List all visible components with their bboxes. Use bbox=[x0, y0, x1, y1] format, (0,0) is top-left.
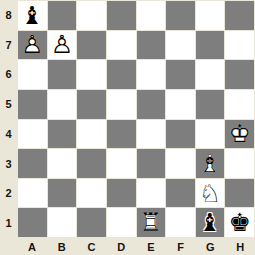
rank-label-1: 1 bbox=[0, 208, 17, 238]
chess-board-frame: 87654321 ♝♟♙♟♙♚♔♝♗♞♘♜♖♝♚ ABCDEFGH bbox=[0, 0, 255, 255]
square-h2[interactable] bbox=[225, 179, 254, 208]
piece-glyph: ♘ bbox=[196, 179, 225, 208]
square-g2[interactable]: ♞♘ bbox=[196, 179, 225, 208]
square-g6[interactable] bbox=[196, 60, 225, 89]
piece-white-pawn[interactable]: ♟♙ bbox=[48, 31, 77, 60]
rank-label-2: 2 bbox=[0, 179, 17, 209]
piece-white-bishop[interactable]: ♝♗ bbox=[196, 149, 225, 178]
piece-white-pawn[interactable]: ♟♙ bbox=[18, 31, 47, 60]
square-f1[interactable] bbox=[166, 208, 195, 237]
square-d7[interactable] bbox=[107, 31, 136, 60]
square-c1[interactable] bbox=[77, 208, 106, 237]
rank-label-6: 6 bbox=[0, 60, 17, 90]
square-c2[interactable] bbox=[77, 179, 106, 208]
square-f7[interactable] bbox=[166, 31, 195, 60]
square-e4[interactable] bbox=[137, 120, 166, 149]
square-a5[interactable] bbox=[18, 90, 47, 119]
file-label-e: E bbox=[136, 238, 166, 255]
file-labels: ABCDEFGH bbox=[17, 238, 255, 255]
square-a2[interactable] bbox=[18, 179, 47, 208]
square-b2[interactable] bbox=[48, 179, 77, 208]
piece-fill-layer: ♝ bbox=[196, 149, 225, 178]
file-label-d: D bbox=[106, 238, 136, 255]
piece-black-king[interactable]: ♚ bbox=[225, 208, 254, 237]
square-d4[interactable] bbox=[107, 120, 136, 149]
file-label-h: H bbox=[225, 238, 255, 255]
piece-glyph: ♔ bbox=[225, 120, 254, 149]
square-d5[interactable] bbox=[107, 90, 136, 119]
square-f8[interactable] bbox=[166, 1, 195, 30]
square-h7[interactable] bbox=[225, 31, 254, 60]
square-g8[interactable] bbox=[196, 1, 225, 30]
piece-fill-layer: ♞ bbox=[196, 179, 225, 208]
square-c6[interactable] bbox=[77, 60, 106, 89]
piece-glyph: ♝ bbox=[196, 208, 225, 237]
square-h3[interactable] bbox=[225, 149, 254, 178]
rank-label-8: 8 bbox=[0, 0, 17, 30]
rank-label-7: 7 bbox=[0, 30, 17, 60]
square-g7[interactable] bbox=[196, 31, 225, 60]
square-g3[interactable]: ♝♗ bbox=[196, 149, 225, 178]
rank-labels: 87654321 bbox=[0, 0, 17, 238]
square-e8[interactable] bbox=[137, 1, 166, 30]
rank-label-5: 5 bbox=[0, 89, 17, 119]
rank-label-4: 4 bbox=[0, 119, 17, 149]
piece-white-rook[interactable]: ♜♖ bbox=[137, 208, 166, 237]
file-label-c: C bbox=[77, 238, 107, 255]
square-d8[interactable] bbox=[107, 1, 136, 30]
piece-black-bishop[interactable]: ♝ bbox=[18, 1, 47, 30]
rank-label-3: 3 bbox=[0, 149, 17, 179]
piece-fill-layer: ♜ bbox=[137, 208, 166, 237]
file-label-a: A bbox=[17, 238, 47, 255]
square-f6[interactable] bbox=[166, 60, 195, 89]
square-c3[interactable] bbox=[77, 149, 106, 178]
square-h8[interactable] bbox=[225, 1, 254, 30]
square-f3[interactable] bbox=[166, 149, 195, 178]
square-e1[interactable]: ♜♖ bbox=[137, 208, 166, 237]
square-a8[interactable]: ♝ bbox=[18, 1, 47, 30]
piece-fill-layer: ♟ bbox=[48, 31, 77, 60]
square-b6[interactable] bbox=[48, 60, 77, 89]
square-a3[interactable] bbox=[18, 149, 47, 178]
square-e2[interactable] bbox=[137, 179, 166, 208]
piece-fill-layer: ♟ bbox=[18, 31, 47, 60]
square-b4[interactable] bbox=[48, 120, 77, 149]
square-b1[interactable] bbox=[48, 208, 77, 237]
square-f4[interactable] bbox=[166, 120, 195, 149]
piece-glyph: ♙ bbox=[48, 31, 77, 60]
square-e5[interactable] bbox=[137, 90, 166, 119]
square-d6[interactable] bbox=[107, 60, 136, 89]
square-g1[interactable]: ♝ bbox=[196, 208, 225, 237]
square-c5[interactable] bbox=[77, 90, 106, 119]
square-f5[interactable] bbox=[166, 90, 195, 119]
square-h4[interactable]: ♚♔ bbox=[225, 120, 254, 149]
piece-glyph: ♖ bbox=[137, 208, 166, 237]
file-label-f: F bbox=[166, 238, 196, 255]
square-a1[interactable] bbox=[18, 208, 47, 237]
square-c7[interactable] bbox=[77, 31, 106, 60]
square-c4[interactable] bbox=[77, 120, 106, 149]
square-b3[interactable] bbox=[48, 149, 77, 178]
piece-glyph: ♗ bbox=[196, 149, 225, 178]
square-f2[interactable] bbox=[166, 179, 195, 208]
file-label-g: G bbox=[196, 238, 226, 255]
piece-fill-layer: ♚ bbox=[225, 120, 254, 149]
square-d1[interactable] bbox=[107, 208, 136, 237]
square-h1[interactable]: ♚ bbox=[225, 208, 254, 237]
square-a6[interactable] bbox=[18, 60, 47, 89]
piece-white-king[interactable]: ♚♔ bbox=[225, 120, 254, 149]
piece-glyph: ♝ bbox=[18, 1, 47, 30]
square-a4[interactable] bbox=[18, 120, 47, 149]
file-label-b: B bbox=[47, 238, 77, 255]
square-h6[interactable] bbox=[225, 60, 254, 89]
square-b7[interactable]: ♟♙ bbox=[48, 31, 77, 60]
square-e7[interactable] bbox=[137, 31, 166, 60]
board: ♝♟♙♟♙♚♔♝♗♞♘♜♖♝♚ bbox=[17, 0, 255, 238]
piece-glyph: ♚ bbox=[225, 208, 254, 237]
square-c8[interactable] bbox=[77, 1, 106, 30]
square-a7[interactable]: ♟♙ bbox=[18, 31, 47, 60]
piece-black-bishop[interactable]: ♝ bbox=[196, 208, 225, 237]
piece-white-knight[interactable]: ♞♘ bbox=[196, 179, 225, 208]
square-b5[interactable] bbox=[48, 90, 77, 119]
square-h5[interactable] bbox=[225, 90, 254, 119]
square-g5[interactable] bbox=[196, 90, 225, 119]
square-b8[interactable] bbox=[48, 1, 77, 30]
square-d3[interactable] bbox=[107, 149, 136, 178]
square-e6[interactable] bbox=[137, 60, 166, 89]
piece-glyph: ♙ bbox=[18, 31, 47, 60]
square-g4[interactable] bbox=[196, 120, 225, 149]
square-d2[interactable] bbox=[107, 179, 136, 208]
square-e3[interactable] bbox=[137, 149, 166, 178]
